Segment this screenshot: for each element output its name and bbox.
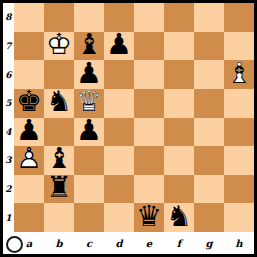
file-label-f: f	[164, 232, 194, 254]
square-f5[interactable]	[164, 89, 194, 118]
black-rook-b2[interactable]: ♜	[44, 175, 74, 204]
square-e6[interactable]	[134, 60, 164, 89]
square-d2[interactable]	[104, 175, 134, 204]
piece-outline-layer: ♔	[46, 30, 72, 59]
rank-label-5: 5	[3, 89, 14, 118]
square-d1[interactable]	[104, 203, 134, 232]
square-f3[interactable]	[164, 146, 194, 175]
piece-glyph: ♞	[166, 202, 192, 231]
square-b1[interactable]	[44, 203, 74, 232]
square-a1[interactable]	[14, 203, 44, 232]
square-f1[interactable]: ♞	[164, 203, 194, 232]
rank-label-4: 4	[3, 118, 14, 147]
square-c2[interactable]	[74, 175, 104, 204]
square-a7[interactable]	[14, 32, 44, 61]
square-g3[interactable]	[194, 146, 224, 175]
square-e7[interactable]	[134, 32, 164, 61]
square-g7[interactable]	[194, 32, 224, 61]
square-b5[interactable]: ♞	[44, 89, 74, 118]
square-h3[interactable]	[224, 146, 254, 175]
file-label-c: c	[74, 232, 104, 254]
square-h5[interactable]	[224, 89, 254, 118]
square-h6[interactable]: ♝♗	[224, 60, 254, 89]
piece-glyph: ♜	[46, 173, 72, 202]
white-pawn-a3[interactable]: ♟♙	[14, 146, 44, 175]
piece-outline-layer: ♙	[16, 145, 42, 174]
square-c3[interactable]	[74, 146, 104, 175]
square-h8[interactable]	[224, 3, 254, 32]
file-label-e: e	[134, 232, 164, 254]
chess-diagram: ♚♔♝♟♟♝♗♚♞♛♕♟♟♟♙♝♜♛♞ 87654321 abcdefgh	[0, 0, 257, 257]
square-e1[interactable]: ♛	[134, 203, 164, 232]
square-b2[interactable]: ♜	[44, 175, 74, 204]
square-a8[interactable]	[14, 3, 44, 32]
black-pawn-d7[interactable]: ♟	[104, 32, 134, 61]
square-f4[interactable]	[164, 118, 194, 147]
file-label-h: h	[224, 232, 254, 254]
piece-outline-layer: ♗	[226, 59, 252, 88]
white-king-b7[interactable]: ♚♔	[44, 32, 74, 61]
chess-board: ♚♔♝♟♟♝♗♚♞♛♕♟♟♟♙♝♜♛♞	[14, 3, 254, 232]
piece-glyph: ♟	[106, 30, 132, 59]
square-g6[interactable]	[194, 60, 224, 89]
square-h4[interactable]	[224, 118, 254, 147]
rank-labels: 87654321	[3, 3, 14, 232]
square-e3[interactable]	[134, 146, 164, 175]
square-g8[interactable]	[194, 3, 224, 32]
square-g2[interactable]	[194, 175, 224, 204]
square-f7[interactable]	[164, 32, 194, 61]
file-labels: abcdefgh	[14, 232, 254, 254]
rank-label-8: 8	[3, 3, 14, 32]
square-g1[interactable]	[194, 203, 224, 232]
rank-label-2: 2	[3, 175, 14, 204]
black-knight-b5[interactable]: ♞	[44, 89, 74, 118]
square-g4[interactable]	[194, 118, 224, 147]
square-e8[interactable]	[134, 3, 164, 32]
square-d3[interactable]	[104, 146, 134, 175]
square-a3[interactable]: ♟♙	[14, 146, 44, 175]
square-d7[interactable]: ♟	[104, 32, 134, 61]
rank-label-7: 7	[3, 32, 14, 61]
square-e4[interactable]	[134, 118, 164, 147]
square-d5[interactable]	[104, 89, 134, 118]
file-label-d: d	[104, 232, 134, 254]
square-b7[interactable]: ♚♔	[44, 32, 74, 61]
rank-label-3: 3	[3, 146, 14, 175]
black-pawn-c4[interactable]: ♟	[74, 118, 104, 147]
file-label-g: g	[194, 232, 224, 254]
square-f8[interactable]	[164, 3, 194, 32]
square-d6[interactable]	[104, 60, 134, 89]
square-a2[interactable]	[14, 175, 44, 204]
piece-glyph: ♟	[76, 116, 102, 145]
rank-label-6: 6	[3, 60, 14, 89]
square-h1[interactable]	[224, 203, 254, 232]
rank-label-1: 1	[3, 203, 14, 232]
white-bishop-h6[interactable]: ♝♗	[224, 60, 254, 89]
square-g5[interactable]	[194, 89, 224, 118]
white-to-move-indicator	[6, 236, 23, 253]
square-f6[interactable]	[164, 60, 194, 89]
black-knight-f1[interactable]: ♞	[164, 203, 194, 232]
file-label-b: b	[44, 232, 74, 254]
square-h2[interactable]	[224, 175, 254, 204]
black-queen-e1[interactable]: ♛	[134, 203, 164, 232]
square-c4[interactable]: ♟	[74, 118, 104, 147]
square-d4[interactable]	[104, 118, 134, 147]
square-e5[interactable]	[134, 89, 164, 118]
square-c1[interactable]	[74, 203, 104, 232]
piece-glyph: ♞	[46, 88, 72, 117]
piece-glyph: ♛	[136, 202, 162, 231]
